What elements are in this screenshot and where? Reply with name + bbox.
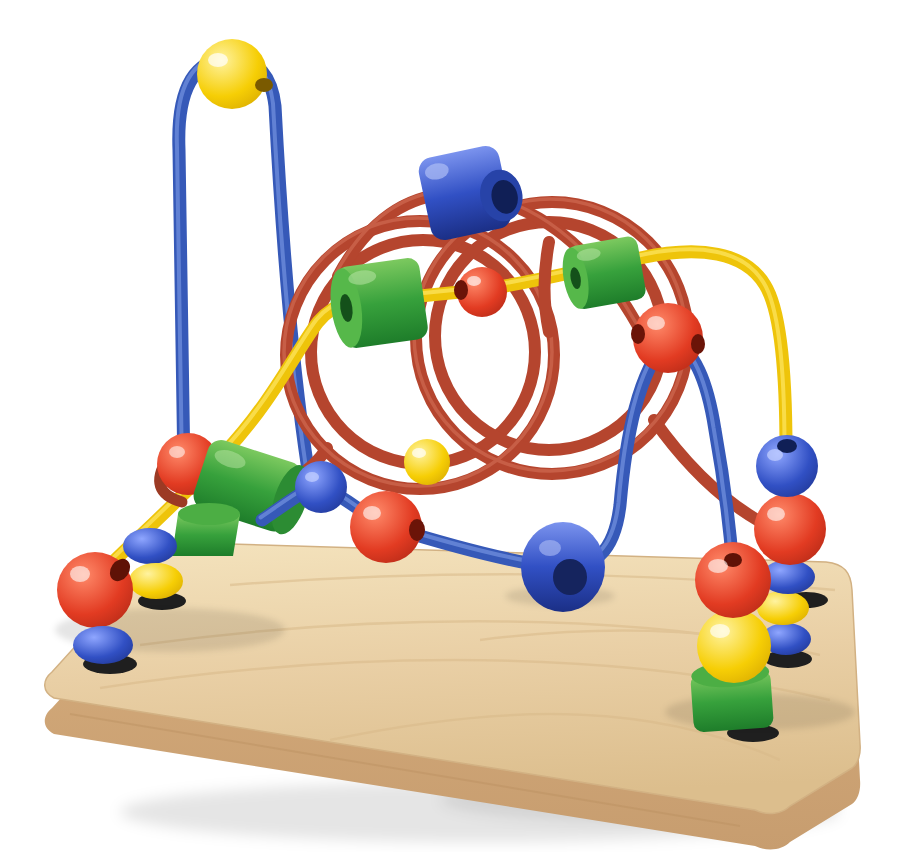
blue-cylinder-bead-bottom — [521, 522, 605, 612]
green-cylinder-bead-1 — [326, 257, 430, 351]
blue-sphere-cluster-end — [295, 461, 347, 513]
toy-illustration — [0, 0, 900, 852]
green-cone-pedestal — [172, 503, 240, 556]
yellow-bead-on-red-loop — [404, 439, 450, 485]
red-loop-front-segment — [545, 242, 550, 332]
bead-maze-toy-photo — [0, 0, 900, 852]
right-front-bead-stack — [689, 542, 774, 733]
